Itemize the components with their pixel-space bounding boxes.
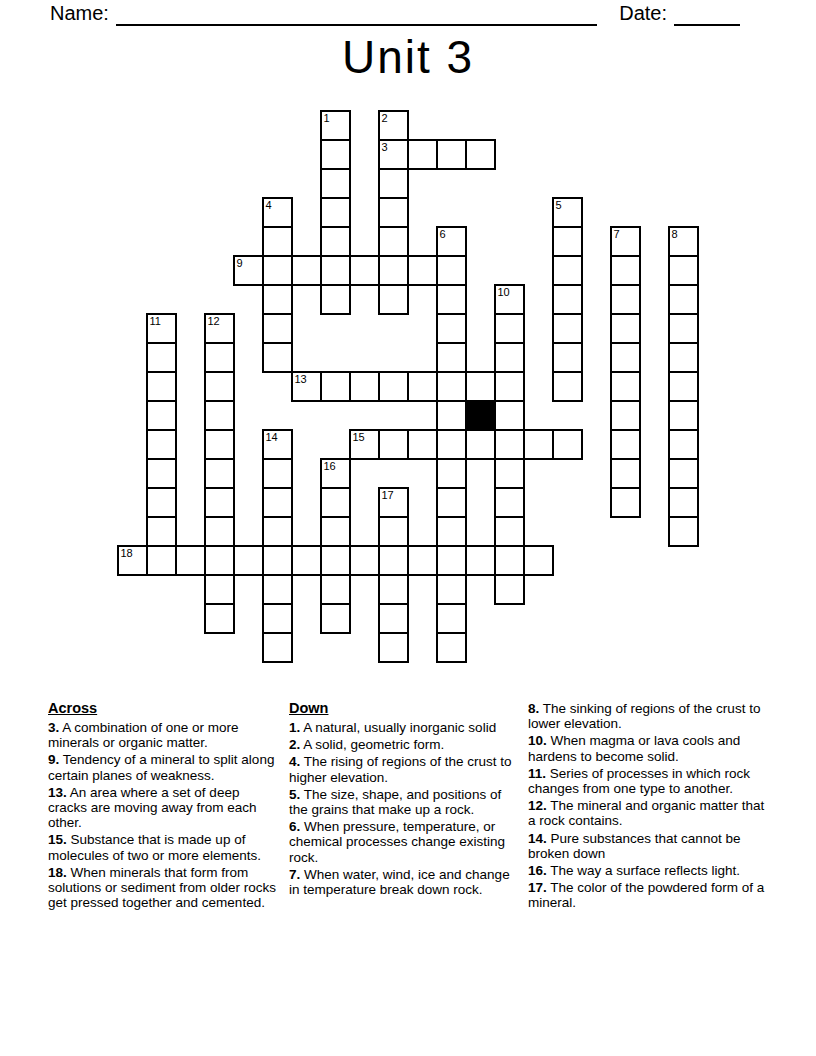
down-clues-column-2: 8. The sinking of regions of the crust t… — [528, 701, 768, 913]
grid-cell[interactable] — [262, 313, 293, 344]
grid-cell[interactable] — [320, 603, 351, 634]
grid-cell[interactable] — [291, 255, 322, 286]
grid-cell[interactable] — [494, 458, 525, 489]
grid-cell[interactable] — [320, 226, 351, 257]
grid-cell[interactable] — [436, 139, 467, 170]
name-label: Name: — [50, 2, 109, 26]
clue-number: 10. — [528, 733, 547, 748]
cell-number-13: 13 — [295, 374, 307, 385]
grid-cell[interactable] — [494, 487, 525, 518]
grid-cell[interactable] — [262, 487, 293, 518]
down-clue-2: 2. A solid, geometric form. — [289, 737, 519, 752]
grid-cell[interactable] — [465, 429, 496, 460]
grid-cell[interactable] — [378, 197, 409, 228]
grid-cell[interactable] — [407, 139, 438, 170]
grid-cell[interactable] — [262, 603, 293, 634]
clue-number: 18. — [48, 865, 67, 880]
grid-cell[interactable] — [378, 255, 409, 286]
grid-cell[interactable] — [378, 516, 409, 547]
grid-cell[interactable] — [204, 429, 235, 460]
grid-cell[interactable] — [320, 516, 351, 547]
clue-number: 12. — [528, 798, 547, 813]
across-clue-18: 18. When minerals that form from solutio… — [48, 865, 280, 911]
grid-cell[interactable] — [291, 545, 322, 576]
grid-cell[interactable] — [378, 603, 409, 634]
grid-cell[interactable] — [668, 342, 699, 373]
across-clue-list: 3. A combination of one or more minerals… — [48, 720, 280, 910]
grid-cell[interactable] — [610, 458, 641, 489]
clue-number: 6. — [289, 819, 300, 834]
grid-cell[interactable] — [668, 487, 699, 518]
grid-cell[interactable] — [407, 255, 438, 286]
grid-cell[interactable] — [262, 516, 293, 547]
clue-number: 11. — [528, 766, 546, 781]
cell-number-18: 18 — [121, 548, 133, 559]
grid-cell[interactable] — [552, 342, 583, 373]
clue-number: 17. — [528, 880, 547, 895]
grid-cell[interactable] — [378, 429, 409, 460]
down-clue-8: 8. The sinking of regions of the crust t… — [528, 701, 768, 731]
grid-cell[interactable] — [378, 632, 409, 663]
clue-number: 8. — [528, 701, 539, 716]
grid-cell[interactable] — [378, 371, 409, 402]
clue-number: 16. — [528, 863, 547, 878]
grid-cell[interactable] — [552, 255, 583, 286]
grid-cell[interactable] — [552, 371, 583, 402]
cell-number-5: 5 — [556, 200, 562, 211]
down-clue-10: 10. When magma or lava cools and hardens… — [528, 733, 768, 763]
down-clue-12: 12. The mineral and organic matter that … — [528, 798, 768, 828]
down-clue-11: 11. Series of processes in which rock ch… — [528, 766, 768, 796]
cell-number-4: 4 — [266, 200, 272, 211]
grid-cell[interactable] — [378, 284, 409, 315]
clue-number: 5. — [289, 787, 300, 802]
grid-cell[interactable] — [610, 429, 641, 460]
down-clue-16: 16. The way a surface reflects light. — [528, 863, 768, 878]
grid-cell[interactable] — [494, 313, 525, 344]
across-clue-9: 9. Tendency of a mineral to split along … — [48, 752, 280, 782]
grid-cell[interactable] — [668, 516, 699, 547]
grid-cell[interactable] — [262, 342, 293, 373]
cell-number-14: 14 — [266, 432, 278, 443]
header: Name: Date: — [50, 2, 740, 26]
grid-cell[interactable] — [349, 545, 380, 576]
grid-cell[interactable] — [146, 487, 177, 518]
cell-number-15: 15 — [353, 432, 365, 443]
cell-number-3: 3 — [382, 142, 388, 153]
cell-number-17: 17 — [382, 490, 394, 501]
clue-number: 15. — [48, 832, 67, 847]
cell-number-12: 12 — [208, 316, 220, 327]
down-clues-column-1: Down 1. A natural, usually inorganic sol… — [289, 701, 519, 913]
grid-cell[interactable] — [610, 487, 641, 518]
page-title: Unit 3 — [0, 30, 816, 84]
grid-cell[interactable] — [436, 545, 467, 576]
worksheet-page: Name: Date: Unit 3 123456789101112131415… — [0, 0, 816, 1056]
grid-cell[interactable] — [436, 458, 467, 489]
grid-cell[interactable] — [436, 632, 467, 663]
grid-cell[interactable] — [610, 255, 641, 286]
clue-number: 13. — [48, 785, 67, 800]
clue-number: 14. — [528, 831, 547, 846]
grid-cell[interactable] — [204, 342, 235, 373]
cell-number-6: 6 — [440, 229, 446, 240]
across-heading: Across — [48, 701, 280, 716]
down-heading: Down — [289, 701, 519, 716]
grid-cell[interactable] — [204, 400, 235, 431]
clue-number: 4. — [289, 754, 300, 769]
grid-cell[interactable] — [204, 371, 235, 402]
grid-cell[interactable] — [407, 429, 438, 460]
cell-number-10: 10 — [498, 287, 510, 298]
grid-cell[interactable] — [465, 545, 496, 576]
grid-cell[interactable] — [668, 400, 699, 431]
grid-cell[interactable] — [378, 226, 409, 257]
grid-cell[interactable] — [146, 400, 177, 431]
grid-cell[interactable] — [320, 284, 351, 315]
grid-cell[interactable] — [668, 313, 699, 344]
grid-cell[interactable] — [436, 284, 467, 315]
down-clue-list-1: 1. A natural, usually inorganic solid2. … — [289, 720, 519, 897]
across-clue-15: 15. Substance that is made up of molecul… — [48, 832, 280, 862]
grid-cell[interactable] — [204, 487, 235, 518]
down-clue-5: 5. The size, shape, and positions of the… — [289, 787, 519, 817]
cell-number-1: 1 — [324, 113, 330, 124]
grid-cell[interactable] — [436, 400, 467, 431]
grid-cell[interactable] — [378, 168, 409, 199]
grid-cell[interactable] — [523, 545, 554, 576]
grid-cell[interactable] — [494, 400, 525, 431]
down-clue-6: 6. When pressure, temperature, or chemic… — [289, 819, 519, 865]
grid-cell[interactable] — [494, 429, 525, 460]
grid-cell[interactable] — [610, 400, 641, 431]
grid-cell[interactable] — [320, 139, 351, 170]
grid-cell[interactable] — [407, 371, 438, 402]
grid-cell[interactable] — [204, 458, 235, 489]
grid-cell[interactable] — [552, 284, 583, 315]
down-clue-7: 7. When water, wind, ice and change in t… — [289, 867, 519, 897]
grid-cell[interactable] — [146, 429, 177, 460]
grid-cell[interactable] — [146, 458, 177, 489]
name-blank-line — [116, 2, 597, 26]
cell-number-8: 8 — [672, 229, 678, 240]
date-blank-line — [674, 2, 740, 26]
grid-cell[interactable] — [320, 168, 351, 199]
grid-cell[interactable] — [262, 284, 293, 315]
grid-cell[interactable] — [262, 632, 293, 663]
down-clue-14: 14. Pure substances that cannot be broke… — [528, 831, 768, 861]
grid-cell[interactable] — [320, 371, 351, 402]
grid-cell[interactable] — [378, 545, 409, 576]
clue-number: 3. — [48, 720, 59, 735]
grid-cell[interactable] — [204, 516, 235, 547]
grid-cell[interactable] — [465, 139, 496, 170]
grid-cell[interactable] — [204, 574, 235, 605]
across-clue-3: 3. A combination of one or more minerals… — [48, 720, 280, 750]
grid-cell[interactable] — [436, 255, 467, 286]
grid-cell[interactable] — [204, 545, 235, 576]
cell-number-9: 9 — [237, 258, 243, 269]
grid-cell[interactable] — [320, 197, 351, 228]
grid-cell[interactable] — [146, 371, 177, 402]
grid-cell[interactable] — [436, 342, 467, 373]
clues-section: Across 3. A combination of one or more m… — [48, 701, 768, 913]
grid-cell[interactable] — [262, 458, 293, 489]
grid-cell[interactable] — [668, 371, 699, 402]
grid-cell[interactable] — [233, 545, 264, 576]
grid-cell[interactable] — [552, 429, 583, 460]
grid-cell[interactable] — [320, 574, 351, 605]
grid-cell[interactable] — [262, 574, 293, 605]
grid-cell[interactable] — [262, 545, 293, 576]
grid-cell[interactable] — [436, 516, 467, 547]
down-clue-4: 4. The rising of regions of the crust to… — [289, 754, 519, 784]
grid-cell[interactable] — [552, 226, 583, 257]
grid-cell[interactable] — [204, 603, 235, 634]
grid-cell[interactable] — [465, 371, 496, 402]
down-clue-1: 1. A natural, usually inorganic solid — [289, 720, 519, 735]
grid-cell[interactable] — [523, 429, 554, 460]
grid-cell[interactable] — [436, 313, 467, 344]
grid-cell[interactable] — [407, 545, 438, 576]
down-clue-list-2: 8. The sinking of regions of the crust t… — [528, 701, 768, 911]
grid-cell[interactable] — [668, 458, 699, 489]
grid-cell[interactable] — [436, 487, 467, 518]
grid-cell[interactable] — [146, 516, 177, 547]
grid-cell[interactable] — [494, 516, 525, 547]
grid-cell[interactable] — [146, 342, 177, 373]
grid-cell[interactable] — [668, 429, 699, 460]
grid-cell[interactable] — [262, 226, 293, 257]
clue-number: 1. — [289, 720, 300, 735]
grid-cell[interactable] — [349, 371, 380, 402]
grid-cell[interactable] — [349, 255, 380, 286]
grid-cell[interactable] — [668, 255, 699, 286]
grid-cell[interactable] — [436, 371, 467, 402]
grid-cell[interactable] — [494, 371, 525, 402]
grid-cell[interactable] — [494, 545, 525, 576]
grid-cell[interactable] — [494, 574, 525, 605]
crossword-grid: 123456789101112131415161718 — [117, 110, 699, 663]
grid-cell[interactable] — [610, 284, 641, 315]
clue-number: 9. — [48, 752, 59, 767]
grid-cell[interactable] — [146, 545, 177, 576]
cell-number-16: 16 — [324, 461, 336, 472]
grid-cell[interactable] — [494, 342, 525, 373]
cell-number-7: 7 — [614, 229, 620, 240]
cell-number-2: 2 — [382, 113, 388, 124]
clue-number: 7. — [289, 867, 300, 882]
grid-cell[interactable] — [552, 313, 583, 344]
grid-cell[interactable] — [320, 255, 351, 286]
across-clue-13: 13. An area where a set of deep cracks a… — [48, 785, 280, 831]
down-clue-17: 17. The color of the powdered form of a … — [528, 880, 768, 910]
across-clues-column: Across 3. A combination of one or more m… — [48, 701, 280, 913]
grid-cell[interactable] — [436, 603, 467, 634]
grid-cell[interactable] — [262, 255, 293, 286]
grid-cell[interactable] — [610, 313, 641, 344]
grid-cell[interactable] — [436, 574, 467, 605]
grid-cell[interactable] — [610, 342, 641, 373]
grid-cell[interactable] — [436, 429, 467, 460]
grid-cell[interactable] — [610, 371, 641, 402]
grid-cell[interactable] — [320, 487, 351, 518]
grid-cell[interactable] — [668, 284, 699, 315]
blocked-cell — [465, 400, 496, 431]
grid-cell[interactable] — [378, 574, 409, 605]
grid-cell[interactable] — [320, 545, 351, 576]
clue-number: 2. — [289, 737, 300, 752]
grid-cell[interactable] — [175, 545, 206, 576]
date-label: Date: — [619, 2, 667, 26]
cell-number-11: 11 — [150, 316, 161, 327]
